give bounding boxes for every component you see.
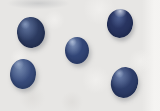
gemstone-bottom-left — [9, 58, 37, 90]
photo — [0, 0, 160, 111]
gemstone-top-left — [16, 15, 47, 48]
gemstone-center — [65, 37, 89, 64]
gemstone-top-right — [105, 7, 135, 39]
gemstone-bottom-right — [107, 63, 141, 100]
